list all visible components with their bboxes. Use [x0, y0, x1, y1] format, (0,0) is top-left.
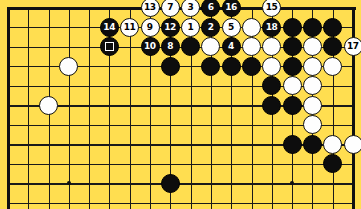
stone-black-plain	[283, 96, 302, 115]
stone-black-plain	[262, 76, 281, 95]
stone-white-11: 11	[120, 18, 139, 37]
stone-black-plain	[201, 57, 220, 76]
move-number-label: 8	[167, 42, 173, 51]
stone-white-7: 7	[161, 0, 180, 17]
stone-white-plain	[303, 76, 322, 95]
stone-white-plain	[59, 57, 78, 76]
stone-white-plain	[283, 76, 302, 95]
stone-white-plain	[303, 37, 322, 56]
stone-white-plain	[323, 135, 342, 154]
stone-white-plain	[39, 96, 58, 115]
stone-white-plain	[303, 96, 322, 115]
move-number-label: 17	[347, 42, 359, 51]
move-number-label: 9	[147, 23, 153, 32]
stone-black-10: 10	[141, 37, 160, 56]
stone-black-16: 16	[222, 0, 241, 17]
move-number-label: 6	[208, 3, 214, 12]
stone-white-plain	[303, 115, 322, 134]
stone-white-5: 5	[222, 18, 241, 37]
move-number-label: 14	[103, 23, 115, 32]
move-number-label: 1	[187, 23, 193, 32]
stone-white-plain	[262, 57, 281, 76]
move-number-label: 2	[208, 23, 214, 32]
star-point	[290, 181, 294, 185]
stone-white-plain	[303, 57, 322, 76]
stone-white-13: 13	[141, 0, 160, 17]
stone-black-8: 8	[161, 37, 180, 56]
stone-black-6: 6	[201, 0, 220, 17]
stone-black-plain	[242, 57, 261, 76]
stone-black-plain	[222, 57, 241, 76]
stone-white-plain	[242, 37, 261, 56]
move-number-label: 16	[225, 3, 237, 12]
stone-black-square-marked	[100, 37, 119, 56]
stone-black-plain	[303, 135, 322, 154]
stone-white-plain	[201, 37, 220, 56]
stone-black-plain	[283, 135, 302, 154]
stone-black-plain	[303, 18, 322, 37]
stone-black-2: 2	[201, 18, 220, 37]
stone-black-plain	[161, 174, 180, 193]
stone-grid: 137361615141191212518108417	[0, 0, 361, 209]
stone-white-plain	[323, 57, 342, 76]
star-point	[67, 181, 71, 185]
stone-black-plain	[323, 37, 342, 56]
move-number-label: 12	[164, 23, 176, 32]
stone-white-plain	[242, 18, 261, 37]
move-number-label: 5	[228, 23, 234, 32]
stone-white-plain	[262, 37, 281, 56]
stone-white-plain	[344, 135, 361, 154]
stone-white-17: 17	[344, 37, 361, 56]
stone-white-9: 9	[141, 18, 160, 37]
stone-white-1: 1	[181, 18, 200, 37]
move-number-label: 10	[144, 42, 156, 51]
go-diagram: 137361615141191212518108417	[0, 0, 361, 209]
move-number-label: 11	[124, 23, 136, 32]
move-number-label: 13	[144, 3, 156, 12]
stone-white-3: 3	[181, 0, 200, 17]
stone-black-plain	[161, 57, 180, 76]
stone-black-plain	[283, 37, 302, 56]
stone-black-plain	[262, 96, 281, 115]
stone-white-15: 15	[262, 0, 281, 17]
stone-black-plain	[323, 154, 342, 173]
stone-black-18: 18	[262, 18, 281, 37]
stone-black-4: 4	[222, 37, 241, 56]
stone-black-plain	[323, 18, 342, 37]
move-number-label: 7	[167, 3, 173, 12]
stone-black-plain	[283, 57, 302, 76]
move-number-label: 3	[187, 3, 193, 12]
move-number-label: 18	[266, 23, 278, 32]
stone-black-plain	[283, 18, 302, 37]
stone-black-plain	[181, 37, 200, 56]
stone-black-14: 14	[100, 18, 119, 37]
move-number-label: 4	[228, 42, 234, 51]
move-number-label: 15	[266, 3, 278, 12]
square-mark-icon	[105, 42, 114, 51]
stone-black-12: 12	[161, 18, 180, 37]
